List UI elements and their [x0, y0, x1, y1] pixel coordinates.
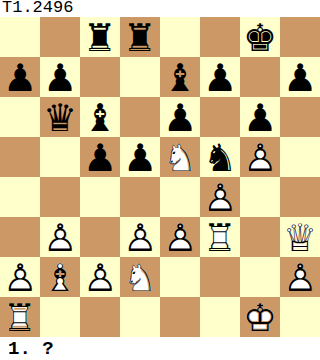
black-rook-piece[interactable]: ♜	[120, 17, 160, 57]
white-pawn-piece[interactable]: ♟♙	[280, 257, 320, 297]
chess-puzzle-window: T1.2496 ♜♜♚♟♟♝♟♟♛♝♟♟♟♟♞♘♞♟♙♟♙♟♙♟♙♟♙♜♖♛♕♟…	[0, 0, 320, 360]
black-bishop-glyph: ♝	[160, 57, 200, 97]
black-rook-glyph: ♜	[120, 17, 160, 57]
square-h5[interactable]	[280, 137, 320, 177]
white-pawn-piece[interactable]: ♟♙	[200, 177, 240, 217]
square-d6[interactable]	[120, 97, 160, 137]
square-b8[interactable]	[40, 17, 80, 57]
black-knight-piece[interactable]: ♞	[200, 137, 240, 177]
white-bishop-piece[interactable]: ♝♗	[40, 257, 80, 297]
white-knight-piece[interactable]: ♞♘	[160, 137, 200, 177]
white-pawn-outline: ♙	[240, 137, 280, 177]
white-pawn-piece[interactable]: ♟♙	[240, 137, 280, 177]
square-f3[interactable]: ♜♖	[200, 217, 240, 257]
square-a7[interactable]: ♟	[0, 57, 40, 97]
square-b6[interactable]: ♛	[40, 97, 80, 137]
square-a8[interactable]	[0, 17, 40, 57]
square-c8[interactable]: ♜	[80, 17, 120, 57]
black-pawn-glyph: ♟	[160, 97, 200, 137]
black-bishop-piece[interactable]: ♝	[160, 57, 200, 97]
move-prompt: 1. ?	[0, 337, 320, 360]
square-d7[interactable]	[120, 57, 160, 97]
white-knight-piece[interactable]: ♞♘	[120, 257, 160, 297]
square-b5[interactable]	[40, 137, 80, 177]
black-queen-piece[interactable]: ♛	[40, 97, 80, 137]
square-f5[interactable]: ♞	[200, 137, 240, 177]
white-rook-piece[interactable]: ♜♖	[0, 297, 40, 337]
square-a1[interactable]: ♜♖	[0, 297, 40, 337]
white-knight-outline: ♘	[120, 257, 160, 297]
square-c5[interactable]: ♟	[80, 137, 120, 177]
square-e5[interactable]: ♞♘	[160, 137, 200, 177]
black-pawn-piece[interactable]: ♟	[240, 97, 280, 137]
black-pawn-glyph: ♟	[0, 57, 40, 97]
square-g1[interactable]: ♚♔	[240, 297, 280, 337]
square-g6[interactable]: ♟	[240, 97, 280, 137]
square-e4[interactable]	[160, 177, 200, 217]
white-queen-outline: ♕	[280, 217, 320, 257]
black-pawn-piece[interactable]: ♟	[280, 57, 320, 97]
square-f7[interactable]: ♟	[200, 57, 240, 97]
square-a5[interactable]	[0, 137, 40, 177]
square-a4[interactable]	[0, 177, 40, 217]
square-d2[interactable]: ♞♘	[120, 257, 160, 297]
square-e8[interactable]	[160, 17, 200, 57]
black-pawn-glyph: ♟	[120, 137, 160, 177]
white-pawn-piece[interactable]: ♟♙	[160, 217, 200, 257]
square-d1[interactable]	[120, 297, 160, 337]
square-b4[interactable]	[40, 177, 80, 217]
white-pawn-outline: ♙	[80, 257, 120, 297]
square-f4[interactable]: ♟♙	[200, 177, 240, 217]
square-e3[interactable]: ♟♙	[160, 217, 200, 257]
square-e7[interactable]: ♝	[160, 57, 200, 97]
square-g3[interactable]	[240, 217, 280, 257]
black-rook-glyph: ♜	[80, 17, 120, 57]
square-a2[interactable]: ♟♙	[0, 257, 40, 297]
square-f2[interactable]	[200, 257, 240, 297]
white-bishop-outline: ♗	[40, 257, 80, 297]
white-pawn-piece[interactable]: ♟♙	[0, 257, 40, 297]
black-pawn-piece[interactable]: ♟	[120, 137, 160, 177]
black-knight-glyph: ♞	[200, 137, 240, 177]
square-b3[interactable]: ♟♙	[40, 217, 80, 257]
square-c7[interactable]	[80, 57, 120, 97]
black-pawn-piece[interactable]: ♟	[160, 97, 200, 137]
square-b2[interactable]: ♝♗	[40, 257, 80, 297]
white-pawn-outline: ♙	[120, 217, 160, 257]
square-d3[interactable]: ♟♙	[120, 217, 160, 257]
square-c6[interactable]: ♝	[80, 97, 120, 137]
black-king-glyph: ♚	[240, 17, 280, 57]
square-h1[interactable]	[280, 297, 320, 337]
square-a3[interactable]	[0, 217, 40, 257]
square-g5[interactable]: ♟♙	[240, 137, 280, 177]
white-pawn-piece[interactable]: ♟♙	[120, 217, 160, 257]
white-pawn-outline: ♙	[40, 217, 80, 257]
square-d5[interactable]: ♟	[120, 137, 160, 177]
square-h2[interactable]: ♟♙	[280, 257, 320, 297]
square-h4[interactable]	[280, 177, 320, 217]
square-f6[interactable]	[200, 97, 240, 137]
square-a6[interactable]	[0, 97, 40, 137]
white-rook-piece[interactable]: ♜♖	[200, 217, 240, 257]
white-pawn-piece[interactable]: ♟♙	[40, 217, 80, 257]
black-pawn-piece[interactable]: ♟	[0, 57, 40, 97]
square-c2[interactable]: ♟♙	[80, 257, 120, 297]
square-g4[interactable]	[240, 177, 280, 217]
white-king-piece[interactable]: ♚♔	[240, 297, 280, 337]
white-pawn-outline: ♙	[200, 177, 240, 217]
square-e6[interactable]: ♟	[160, 97, 200, 137]
square-c3[interactable]	[80, 217, 120, 257]
white-pawn-outline: ♙	[280, 257, 320, 297]
white-pawn-outline: ♙	[0, 257, 40, 297]
black-pawn-piece[interactable]: ♟	[200, 57, 240, 97]
square-h3[interactable]: ♛♕	[280, 217, 320, 257]
puzzle-id: T1.2496	[0, 0, 320, 17]
white-knight-outline: ♘	[160, 137, 200, 177]
square-b1[interactable]	[40, 297, 80, 337]
square-c4[interactable]	[80, 177, 120, 217]
white-queen-piece[interactable]: ♛♕	[280, 217, 320, 257]
black-pawn-glyph: ♟	[240, 97, 280, 137]
black-pawn-glyph: ♟	[280, 57, 320, 97]
black-pawn-glyph: ♟	[200, 57, 240, 97]
square-f8[interactable]	[200, 17, 240, 57]
black-pawn-glyph: ♟	[80, 137, 120, 177]
black-pawn-piece[interactable]: ♟	[40, 57, 80, 97]
white-pawn-outline: ♙	[160, 217, 200, 257]
black-pawn-glyph: ♟	[40, 57, 80, 97]
square-b7[interactable]: ♟	[40, 57, 80, 97]
black-queen-glyph: ♛	[40, 97, 80, 137]
square-h8[interactable]	[280, 17, 320, 57]
chess-board: ♜♜♚♟♟♝♟♟♛♝♟♟♟♟♞♘♞♟♙♟♙♟♙♟♙♟♙♜♖♛♕♟♙♝♗♟♙♞♘♟…	[0, 17, 320, 337]
square-e1[interactable]	[160, 297, 200, 337]
square-d8[interactable]: ♜	[120, 17, 160, 57]
square-h6[interactable]	[280, 97, 320, 137]
square-g7[interactable]	[240, 57, 280, 97]
square-g2[interactable]	[240, 257, 280, 297]
white-rook-outline: ♖	[0, 297, 40, 337]
square-e2[interactable]	[160, 257, 200, 297]
square-f1[interactable]	[200, 297, 240, 337]
white-king-outline: ♔	[240, 297, 280, 337]
black-pawn-piece[interactable]: ♟	[80, 137, 120, 177]
white-rook-outline: ♖	[200, 217, 240, 257]
square-g8[interactable]: ♚	[240, 17, 280, 57]
square-h7[interactable]: ♟	[280, 57, 320, 97]
white-pawn-piece[interactable]: ♟♙	[80, 257, 120, 297]
black-king-piece[interactable]: ♚	[240, 17, 280, 57]
square-c1[interactable]	[80, 297, 120, 337]
black-bishop-glyph: ♝	[80, 97, 120, 137]
black-rook-piece[interactable]: ♜	[80, 17, 120, 57]
square-d4[interactable]	[120, 177, 160, 217]
black-bishop-piece[interactable]: ♝	[80, 97, 120, 137]
